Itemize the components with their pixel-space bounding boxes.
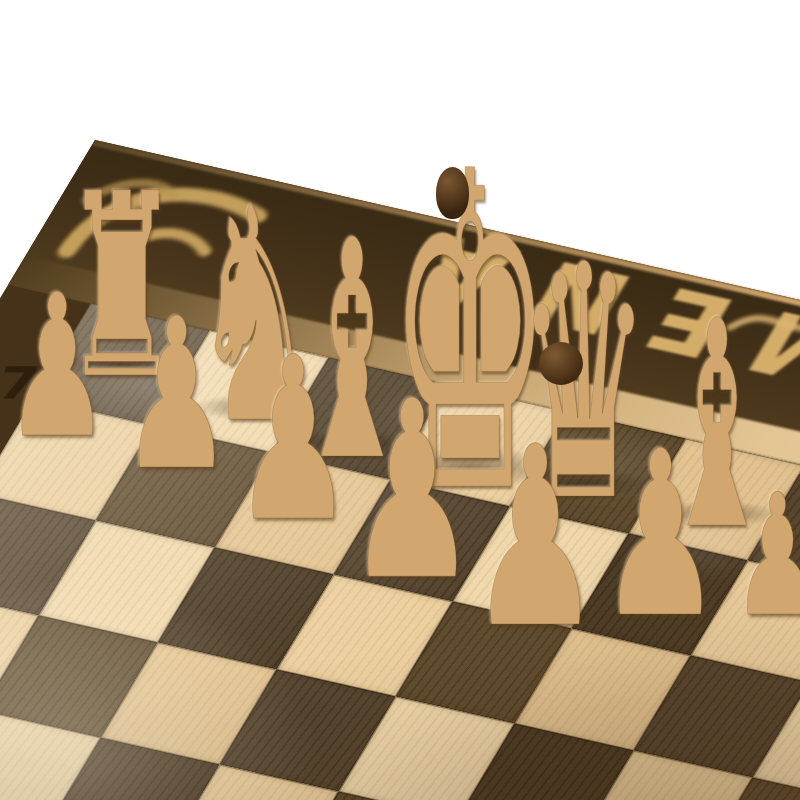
king-dark-finial — [436, 167, 469, 219]
pieces-layer: ♜♞♟♝♟♚♛♟♝♟♟♟♟ — [0, 0, 800, 800]
piece-white-pawn-b2[interactable]: ♟ — [694, 472, 800, 641]
product-photo: MENA 7 ♜♞♟♝♟♚♛♟♝♟♟♟♟ — [0, 0, 800, 800]
piece-white-pawn-d2[interactable]: ♟ — [411, 414, 660, 663]
queen-dark-bead — [539, 342, 583, 385]
pawn-glyph: ♟ — [468, 414, 602, 663]
pawn-glyph: ♟ — [733, 472, 800, 641]
